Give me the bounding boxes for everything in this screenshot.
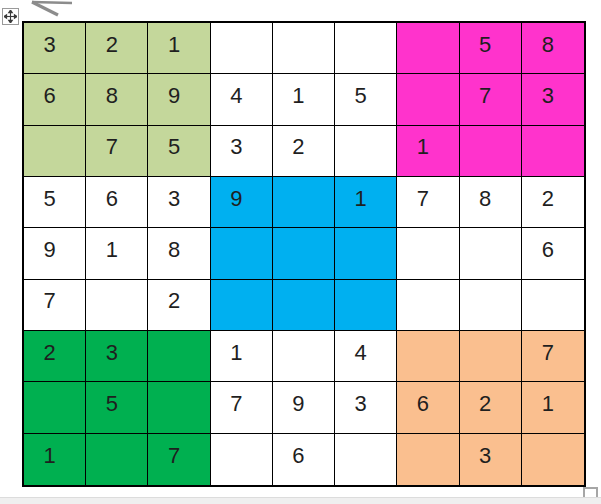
cell-r9c4[interactable] [211,434,273,485]
cell-r9c7[interactable] [397,434,459,485]
cell-r6c3[interactable]: 2 [148,280,210,331]
cell-r3c8[interactable] [460,126,522,177]
cell-r6c1[interactable]: 7 [24,280,86,331]
cell-r2c5[interactable]: 1 [273,74,335,125]
cell-r6c8[interactable] [460,280,522,331]
cell-r7c3[interactable] [148,331,210,382]
cell-r3c7[interactable]: 1 [397,126,459,177]
cell-r4c3[interactable]: 3 [148,177,210,228]
cell-r8c1[interactable] [24,382,86,433]
cell-r7c1[interactable]: 2 [24,331,86,382]
cell-r6c4[interactable] [211,280,273,331]
cell-r3c2[interactable]: 7 [86,126,148,177]
cell-r5c1[interactable]: 9 [24,228,86,279]
cell-r2c8[interactable]: 7 [460,74,522,125]
cell-r4c5[interactable] [273,177,335,228]
cell-r7c7[interactable] [397,331,459,382]
cell-r4c6[interactable]: 1 [335,177,397,228]
cell-r4c1[interactable]: 5 [24,177,86,228]
document-page: 3215868941573753215639178291867223147579… [0,0,601,504]
cell-r6c7[interactable] [397,280,459,331]
cell-r4c4[interactable]: 9 [211,177,273,228]
cell-r8c4[interactable]: 7 [211,382,273,433]
cell-r1c5[interactable] [273,23,335,74]
cell-r6c5[interactable] [273,280,335,331]
cell-r1c8[interactable]: 5 [460,23,522,74]
horizontal-scrollbar[interactable] [0,497,601,504]
cell-r7c9[interactable]: 7 [522,331,584,382]
cell-r9c8[interactable]: 3 [460,434,522,485]
table-move-handle-icon[interactable] [2,8,19,25]
cell-r1c3[interactable]: 1 [148,23,210,74]
sudoku-board: 3215868941573753215639178291867223147579… [22,21,586,487]
cell-r3c5[interactable]: 2 [273,126,335,177]
cell-r8c8[interactable]: 2 [460,382,522,433]
cell-r2c7[interactable] [397,74,459,125]
cell-r9c6[interactable] [335,434,397,485]
cell-r3c6[interactable] [335,126,397,177]
cell-r5c4[interactable] [211,228,273,279]
cell-r3c9[interactable] [522,126,584,177]
cell-r9c2[interactable] [86,434,148,485]
cell-r5c3[interactable]: 8 [148,228,210,279]
cell-r7c4[interactable]: 1 [211,331,273,382]
cell-r9c1[interactable]: 1 [24,434,86,485]
cell-r6c2[interactable] [86,280,148,331]
cell-r1c1[interactable]: 3 [24,23,86,74]
cell-r2c2[interactable]: 8 [86,74,148,125]
cell-r1c4[interactable] [211,23,273,74]
cell-r8c2[interactable]: 5 [86,382,148,433]
cell-r5c9[interactable]: 6 [522,228,584,279]
cell-r6c9[interactable] [522,280,584,331]
cell-r3c3[interactable]: 5 [148,126,210,177]
cell-r2c1[interactable]: 6 [24,74,86,125]
cell-r7c8[interactable] [460,331,522,382]
cell-r8c3[interactable] [148,382,210,433]
cell-r2c9[interactable]: 3 [522,74,584,125]
cell-r1c6[interactable] [335,23,397,74]
cell-r3c1[interactable] [24,126,86,177]
cell-r1c2[interactable]: 2 [86,23,148,74]
cell-r7c6[interactable]: 4 [335,331,397,382]
cell-r4c7[interactable]: 7 [397,177,459,228]
cell-r7c5[interactable] [273,331,335,382]
cursor-arrow-icon [27,0,75,18]
cell-r5c7[interactable] [397,228,459,279]
cell-r5c8[interactable] [460,228,522,279]
cell-r8c6[interactable]: 3 [335,382,397,433]
cell-r1c7[interactable] [397,23,459,74]
cell-r9c3[interactable]: 7 [148,434,210,485]
cell-r9c5[interactable]: 6 [273,434,335,485]
cell-r4c8[interactable]: 8 [460,177,522,228]
cell-r3c4[interactable]: 3 [211,126,273,177]
cell-r2c6[interactable]: 5 [335,74,397,125]
cell-r8c5[interactable]: 9 [273,382,335,433]
cell-r8c7[interactable]: 6 [397,382,459,433]
cell-r5c6[interactable] [335,228,397,279]
cell-r6c6[interactable] [335,280,397,331]
cell-r2c4[interactable]: 4 [211,74,273,125]
cell-r8c9[interactable]: 1 [522,382,584,433]
cell-r1c9[interactable]: 8 [522,23,584,74]
cell-r5c2[interactable]: 1 [86,228,148,279]
cell-r4c9[interactable]: 2 [522,177,584,228]
cell-r9c9[interactable] [522,434,584,485]
cell-r4c2[interactable]: 6 [86,177,148,228]
cell-r7c2[interactable]: 3 [86,331,148,382]
cell-r5c5[interactable] [273,228,335,279]
cell-r2c3[interactable]: 9 [148,74,210,125]
